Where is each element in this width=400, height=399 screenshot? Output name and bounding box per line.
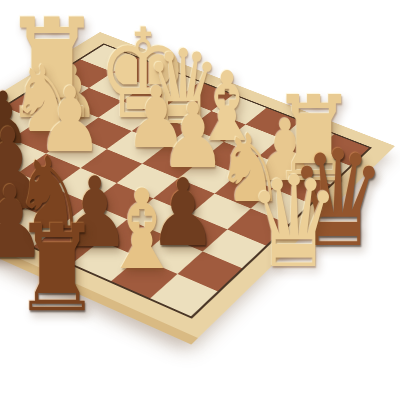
chessboard xyxy=(0,32,395,338)
chess-set-photo: ♜♞♟♟♚♛♟♟♝♞♟♜♝♛♟♟♟♞♟♜♟♛ xyxy=(0,0,400,399)
board-grid xyxy=(0,43,372,318)
board-border xyxy=(0,32,395,338)
